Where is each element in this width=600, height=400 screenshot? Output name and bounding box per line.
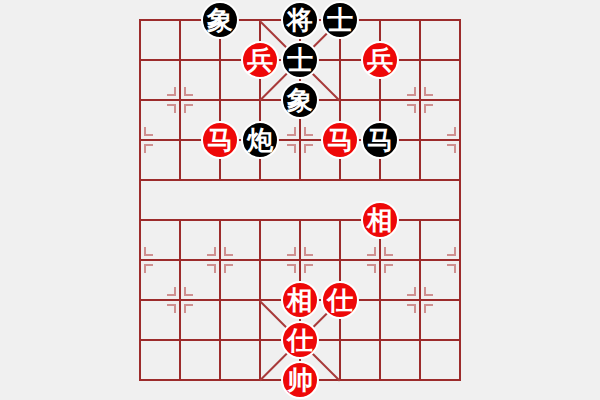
- point-marker: [144, 247, 153, 256]
- point-marker: [304, 144, 313, 153]
- piece-red-soldier[interactable]: 兵: [361, 41, 399, 79]
- point-marker: [424, 87, 433, 96]
- point-marker: [144, 264, 153, 273]
- board-file-line: [459, 19, 461, 381]
- piece-red-horse[interactable]: 马: [201, 121, 239, 159]
- point-marker: [384, 264, 393, 273]
- point-marker: [184, 287, 193, 296]
- point-marker: [207, 264, 216, 273]
- piece-black-elephant[interactable]: 象: [281, 81, 319, 119]
- point-marker: [424, 287, 433, 296]
- xiangqi-board: 象将士兵士兵象马炮马马相相仕仕帅: [140, 20, 460, 380]
- point-marker: [407, 304, 416, 313]
- point-marker: [447, 264, 456, 273]
- point-marker: [224, 264, 233, 273]
- board-file-line: [379, 219, 381, 381]
- piece-red-general[interactable]: 帅: [281, 361, 319, 399]
- piece-black-cannon[interactable]: 炮: [241, 121, 279, 159]
- point-marker: [144, 144, 153, 153]
- point-marker: [184, 304, 193, 313]
- point-marker: [224, 247, 233, 256]
- piece-red-elephant[interactable]: 相: [361, 201, 399, 239]
- board-file-line: [179, 219, 181, 381]
- point-marker: [167, 87, 176, 96]
- point-marker: [144, 127, 153, 136]
- point-marker: [207, 247, 216, 256]
- point-marker: [447, 127, 456, 136]
- piece-black-general[interactable]: 将: [281, 1, 319, 39]
- point-marker: [447, 144, 456, 153]
- point-marker: [384, 247, 393, 256]
- board-background: 象将士兵士兵象马炮马马相相仕仕帅: [0, 0, 600, 400]
- board-file-line: [139, 19, 141, 381]
- point-marker: [304, 247, 313, 256]
- board-file-line: [419, 19, 421, 181]
- piece-red-soldier[interactable]: 兵: [241, 41, 279, 79]
- point-marker: [304, 127, 313, 136]
- point-marker: [424, 104, 433, 113]
- piece-black-elephant[interactable]: 象: [201, 1, 239, 39]
- piece-black-advisor[interactable]: 士: [281, 41, 319, 79]
- point-marker: [167, 104, 176, 113]
- piece-red-elephant[interactable]: 相: [281, 281, 319, 319]
- point-marker: [424, 304, 433, 313]
- point-marker: [184, 104, 193, 113]
- point-marker: [287, 264, 296, 273]
- point-marker: [167, 287, 176, 296]
- point-marker: [184, 87, 193, 96]
- piece-red-horse[interactable]: 马: [321, 121, 359, 159]
- piece-black-advisor[interactable]: 士: [321, 1, 359, 39]
- board-file-line: [179, 19, 181, 181]
- point-marker: [287, 127, 296, 136]
- point-marker: [407, 104, 416, 113]
- board-file-line: [219, 219, 221, 381]
- piece-black-horse[interactable]: 马: [361, 121, 399, 159]
- point-marker: [367, 264, 376, 273]
- point-marker: [407, 287, 416, 296]
- piece-red-advisor[interactable]: 仕: [321, 281, 359, 319]
- piece-red-advisor[interactable]: 仕: [281, 321, 319, 359]
- point-marker: [287, 247, 296, 256]
- point-marker: [304, 264, 313, 273]
- point-marker: [447, 247, 456, 256]
- point-marker: [167, 304, 176, 313]
- board-file-line: [419, 219, 421, 381]
- point-marker: [407, 87, 416, 96]
- point-marker: [287, 144, 296, 153]
- point-marker: [367, 247, 376, 256]
